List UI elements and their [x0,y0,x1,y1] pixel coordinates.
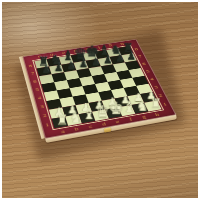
piece-black-pawn-g7[interactable]: ♟ [114,53,123,63]
square-e7[interactable]: ♟ [86,59,101,68]
rank-label-left-5: 5 [30,84,43,94]
piece-white-bishop-f1[interactable]: ♝ [122,100,135,115]
piece-black-pawn-a7[interactable]: ♟ [41,65,50,75]
piece-white-rook-h1[interactable]: ♜ [149,97,161,110]
rank-label-left-1: 1 [40,119,54,130]
piece-white-knight-g1[interactable]: ♞ [136,99,148,113]
piece-black-pawn-e7[interactable]: ♟ [90,57,99,67]
piece-white-knight-b1[interactable]: ♞ [69,111,82,125]
piece-black-pawn-d7[interactable]: ♟ [78,59,87,69]
piece-white-rook-a1[interactable]: ♜ [55,113,67,127]
piece-white-queen-d1[interactable]: ♛ [95,103,110,120]
piece-black-pawn-c7[interactable]: ♟ [66,61,75,71]
piece-black-pawn-h7[interactable]: ♟ [126,51,135,61]
product-photo: ♜♞♝♛♚♝♞♜♟♟♟♟♟♟♟♟♟♟♟♟♟♟♟♟♜♞♝♛♚♝♞♜ abcdefg… [0,0,200,200]
piece-black-pawn-b7[interactable]: ♟ [53,63,62,73]
square-d7[interactable]: ♟ [74,61,89,70]
piece-white-bishop-c1[interactable]: ♝ [82,107,96,122]
piece-black-pawn-f7[interactable]: ♟ [102,55,111,65]
square-c7[interactable]: ♟ [61,63,76,73]
